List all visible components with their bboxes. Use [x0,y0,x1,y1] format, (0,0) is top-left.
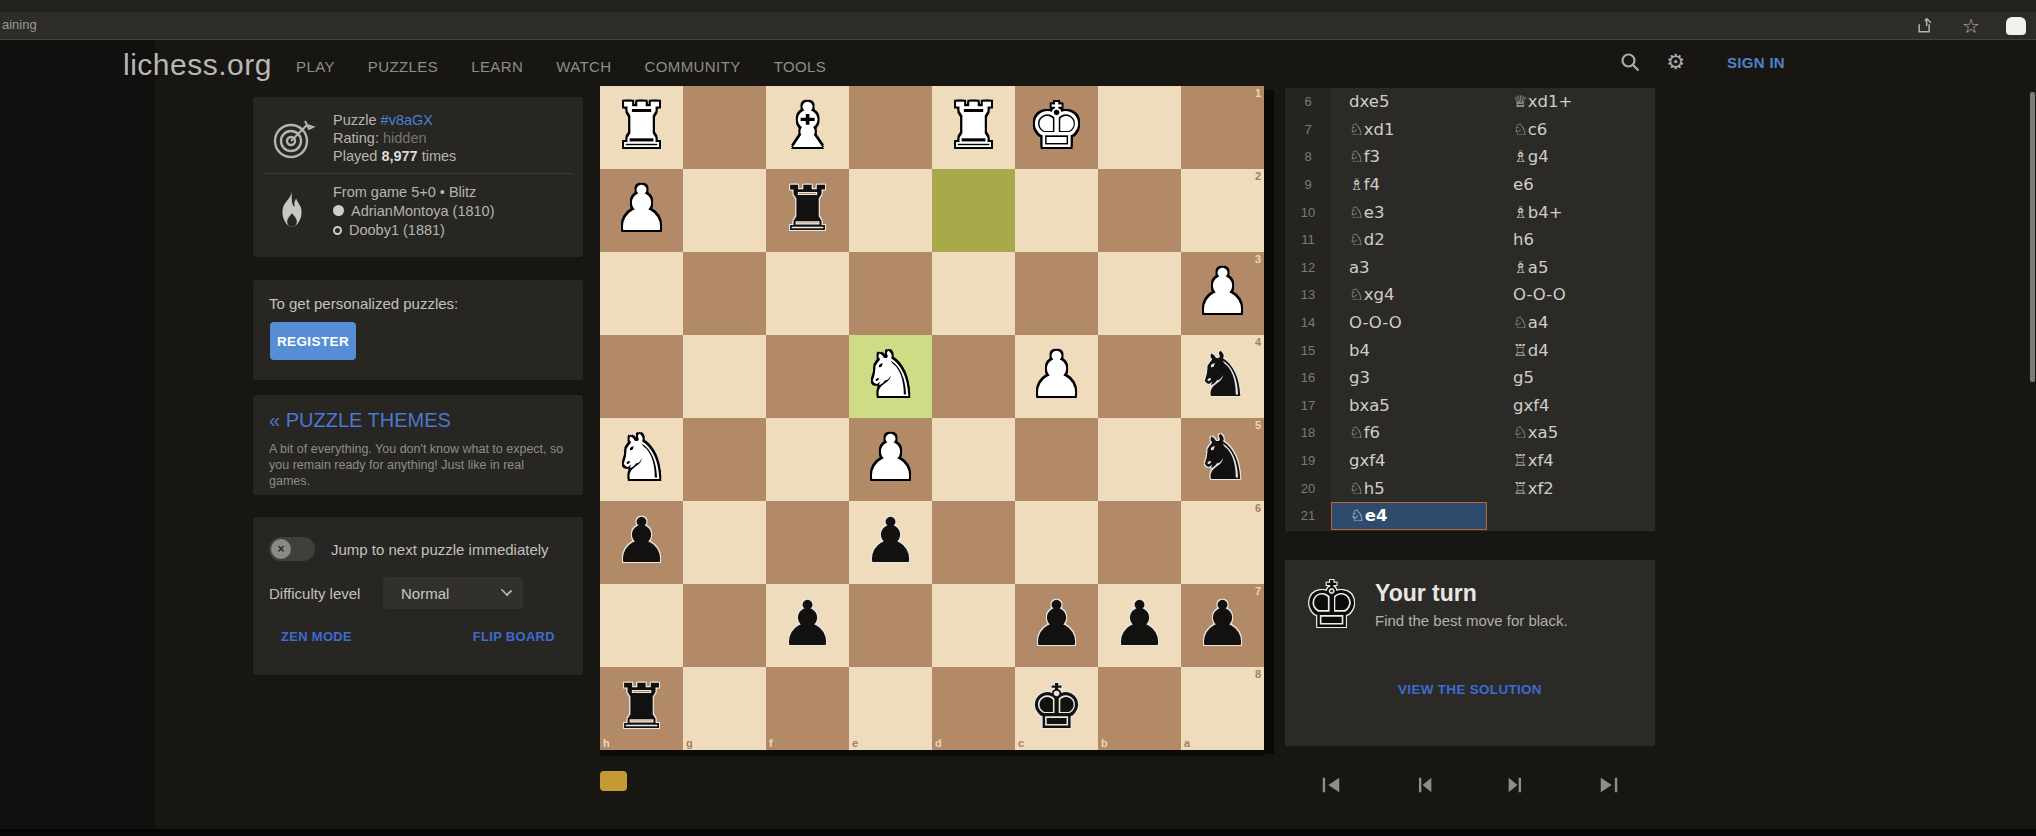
square-b7[interactable]: ♟ [1098,584,1181,667]
nav-item-watch[interactable]: WATCH [556,58,611,75]
square-e8[interactable]: e [849,667,932,750]
black-pawn: ♟ [600,501,683,584]
rating-label: Rating: [333,130,383,146]
white-king: ♚ [1015,86,1098,169]
move-black-14[interactable]: ♘a4 [1495,309,1655,337]
move-black-20[interactable]: ♖xf2 [1495,474,1655,502]
share-icon[interactable] [1914,15,1936,37]
square-a1[interactable]: 1 [1181,86,1264,169]
chess-board: ♜♝♜♚1♟♜2♟3♞♟♞4♞♟♞5♟♟6♟♟♟♟7♜hgfed♚cb8a [600,86,1264,750]
move-row-13: 13♘xg4O-O-O [1285,281,1655,309]
move-black-7[interactable]: ♘c6 [1495,116,1655,144]
next-move-button[interactable] [1470,762,1563,808]
analysis-chip[interactable] [600,771,627,791]
black-pawn: ♟ [1181,584,1264,667]
square-a5[interactable]: ♞5 [1181,418,1264,501]
move-black-18[interactable]: ♘xa5 [1495,419,1655,447]
white-rook: ♜ [932,86,1015,169]
difficulty-value: Normal [401,585,449,602]
move-white-10[interactable]: ♘e3 [1331,198,1495,226]
black-knight: ♞ [1181,418,1264,501]
url-fragment: aining [2,17,37,32]
square-h2[interactable]: ♟ [600,169,683,252]
move-row-19: 19gxf4♖xf4 [1285,447,1655,475]
square-c6[interactable] [1015,501,1098,584]
target-icon [269,115,317,167]
move-row-14: 14O-O-O♘a4 [1285,309,1655,337]
square-e7[interactable] [849,584,932,667]
square-g2[interactable] [683,169,766,252]
white-pawn: ♟ [1181,252,1264,335]
white-pawn: ♟ [600,169,683,252]
move-white-11[interactable]: ♘d2 [1331,226,1495,254]
turn-title: Your turn [1375,580,1477,607]
rank-label-7: 7 [1255,585,1261,597]
move-black-21[interactable] [1495,502,1655,530]
move-black-15[interactable]: ♖d4 [1495,336,1655,364]
black-king: ♚ [1015,667,1098,750]
previous-move-button[interactable] [1378,762,1471,808]
move-row-21: 21♘e4 [1285,502,1655,530]
move-row-16: 16g3g5 [1285,364,1655,392]
played-prefix: Played [333,148,381,164]
square-c2[interactable] [1015,169,1098,252]
square-b5[interactable] [1098,418,1181,501]
square-g6[interactable] [683,501,766,584]
move-white-7[interactable]: ♘xd1 [1331,116,1495,144]
move-black-12[interactable]: ♗a5 [1495,254,1655,282]
square-e4[interactable]: ♞ [849,335,932,418]
black-knight: ♞ [1181,335,1264,418]
square-h8[interactable]: ♜h [600,667,683,750]
square-f2[interactable]: ♜ [766,169,849,252]
white-player[interactable]: AdrianMontoya (1810) [351,203,494,219]
jump-toggle-label: Jump to next puzzle immediately [331,541,549,558]
move-number: 15 [1285,336,1331,364]
register-button[interactable]: REGISTER [270,322,356,360]
nav-item-play[interactable]: PLAY [296,58,335,75]
puzzle-info-card: Puzzle #v8aGX Rating: hidden Played 8,97… [253,97,583,257]
sign-in-button[interactable]: SIGN IN [1727,54,1785,71]
move-white-6[interactable]: dxe5 [1331,88,1495,116]
square-d8[interactable]: d [932,667,1015,750]
square-e2[interactable] [849,169,932,252]
move-number: 10 [1285,198,1331,226]
file-label-b: b [1101,737,1108,749]
square-a7[interactable]: ♟7 [1181,584,1264,667]
move-white-17[interactable]: bxa5 [1331,392,1495,420]
register-card: To get personalized puzzles: REGISTER [253,280,583,380]
move-black-10[interactable]: ♗b4+ [1495,198,1655,226]
square-h5[interactable]: ♞ [600,418,683,501]
rating-value: hidden [383,130,427,146]
black-pawn: ♟ [766,584,849,667]
square-f8[interactable]: f [766,667,849,750]
file-label-d: d [935,737,942,749]
move-white-13[interactable]: ♘xg4 [1331,281,1495,309]
square-d6[interactable] [932,501,1015,584]
move-number: 8 [1285,143,1331,171]
square-c7[interactable]: ♟ [1015,584,1098,667]
zen-mode-link[interactable]: ZEN MODE [281,629,352,644]
puzzle-info-text: Puzzle #v8aGX Rating: hidden Played 8,97… [333,111,456,165]
square-h6[interactable]: ♟ [600,501,683,584]
square-b2[interactable] [1098,169,1181,252]
black-king-icon: ♚ [1303,568,1360,642]
main-nav: PLAYPUZZLESLEARNWATCHCOMMUNITYTOOLS [296,58,826,75]
square-d7[interactable] [932,584,1015,667]
square-h4[interactable] [600,335,683,418]
nav-item-learn[interactable]: LEARN [471,58,523,75]
played-count: 8,977 [381,148,417,164]
move-number: 19 [1285,447,1331,475]
square-h1[interactable]: ♜ [600,86,683,169]
flip-board-link[interactable]: FLIP BOARD [473,629,555,644]
move-white-8[interactable]: ♘f3 [1331,143,1495,171]
gear-icon[interactable]: ⚙ [1666,50,1685,74]
screen: aining ☆ lichess.org PLAYPUZZLESLEARNWAT… [0,0,2036,836]
white-pawn: ♟ [1015,335,1098,418]
square-b8[interactable]: b [1098,667,1181,750]
register-label: To get personalized puzzles: [269,295,458,312]
rank-label-2: 2 [1255,170,1261,182]
turn-subtitle: Find the best move for black. [1375,612,1568,629]
move-list-scrollbar[interactable] [2030,92,2035,382]
settings-card: × Jump to next puzzle immediately Diffic… [253,517,583,675]
themes-description: A bit of everything. You don't know what… [269,441,565,489]
browser-toolbar: aining ☆ [0,12,2036,40]
square-a6[interactable]: 6 [1181,501,1264,584]
move-white-9[interactable]: ♗f4 [1331,171,1495,199]
move-row-15: 15b4♖d4 [1285,336,1655,364]
file-label-a: a [1184,737,1190,749]
move-number: 21 [1285,502,1331,530]
square-g3[interactable] [683,252,766,335]
black-player-dot [333,226,342,235]
star-icon[interactable]: ☆ [1962,14,1980,38]
move-white-18[interactable]: ♘f6 [1331,419,1495,447]
move-white-21[interactable]: ♘e4 [1331,502,1487,530]
nav-item-community[interactable]: COMMUNITY [645,58,741,75]
square-a3[interactable]: ♟3 [1181,252,1264,335]
file-label-g: g [686,737,693,749]
rank-label-8: 8 [1255,668,1261,680]
white-knight: ♞ [600,418,683,501]
move-black-17[interactable]: gxf4 [1495,392,1655,420]
square-b1[interactable] [1098,86,1181,169]
first-move-button[interactable] [1285,762,1378,808]
move-row-6: 6dxe5♕xd1+ [1285,88,1655,116]
square-g4[interactable] [683,335,766,418]
rank-label-5: 5 [1255,419,1261,431]
last-move-button[interactable] [1563,762,1656,808]
move-list-panel: 6dxe5♕xd1+7♘xd1♘c68♘f3♗g49♗f4e610♘e3♗b4+… [1285,88,1655,531]
puzzle-themes-link[interactable]: « PUZZLE THEMES [269,409,451,432]
move-black-9[interactable]: e6 [1495,171,1655,199]
move-row-20: 20♘h5♖xf2 [1285,474,1655,502]
square-f7[interactable]: ♟ [766,584,849,667]
move-black-16[interactable]: g5 [1495,364,1655,392]
square-b4[interactable] [1098,335,1181,418]
white-knight: ♞ [849,335,932,418]
move-row-7: 7♘xd1♘c6 [1285,116,1655,144]
nav-item-tools[interactable]: TOOLS [774,58,827,75]
move-number: 14 [1285,309,1331,337]
move-black-13[interactable]: O-O-O [1495,281,1655,309]
move-number: 18 [1285,419,1331,447]
site-header: lichess.org PLAYPUZZLESLEARNWATCHCOMMUNI… [155,40,2036,88]
rank-label-4: 4 [1255,336,1261,348]
move-number: 11 [1285,226,1331,254]
flame-icon [275,189,309,235]
square-d1[interactable]: ♜ [932,86,1015,169]
source-game-text: From game 5+0 • Blitz AdrianMontoya (181… [333,183,494,240]
black-rook: ♜ [766,169,849,252]
chevron-down-icon [501,585,512,596]
move-black-11[interactable]: h6 [1495,226,1655,254]
browser-titlebar [0,0,2036,12]
site-logo[interactable]: lichess.org [123,48,272,82]
square-b3[interactable] [1098,252,1181,335]
square-h3[interactable] [600,252,683,335]
extensions-icon[interactable] [2006,17,2026,35]
white-player-dot [333,205,344,216]
move-row-12: 12a3♗a5 [1285,254,1655,282]
move-row-17: 17bxa5gxf4 [1285,392,1655,420]
move-row-11: 11♘d2h6 [1285,226,1655,254]
square-e6[interactable]: ♟ [849,501,932,584]
move-number: 13 [1285,281,1331,309]
white-bishop: ♝ [766,86,849,169]
themes-card: « PUZZLE THEMES A bit of everything. You… [253,395,583,495]
square-a4[interactable]: ♞4 [1181,335,1264,418]
square-c1[interactable]: ♚ [1015,86,1098,169]
move-row-9: 9♗f4e6 [1285,171,1655,199]
from-game[interactable]: From game 5+0 • Blitz [333,183,494,202]
move-black-8[interactable]: ♗g4 [1495,143,1655,171]
bottom-edge [0,829,2036,836]
square-c4[interactable]: ♟ [1015,335,1098,418]
square-e3[interactable] [849,252,932,335]
square-d2[interactable] [932,169,1015,252]
search-icon[interactable] [1618,50,1642,74]
square-d4[interactable] [932,335,1015,418]
move-number: 12 [1285,254,1331,282]
move-white-16[interactable]: g3 [1331,364,1495,392]
white-pawn: ♟ [849,418,932,501]
played-suffix: times [418,148,457,164]
square-e5[interactable]: ♟ [849,418,932,501]
square-g5[interactable] [683,418,766,501]
black-pawn: ♟ [1015,584,1098,667]
black-player[interactable]: Dooby1 (1881) [349,222,445,238]
square-c5[interactable] [1015,418,1098,501]
square-d5[interactable] [932,418,1015,501]
square-g8[interactable]: g [683,667,766,750]
file-label-c: c [1018,737,1024,749]
square-g1[interactable] [683,86,766,169]
move-number: 20 [1285,474,1331,502]
square-b6[interactable] [1098,501,1181,584]
move-row-8: 8♘f3♗g4 [1285,143,1655,171]
black-pawn: ♟ [849,501,932,584]
nav-item-puzzles[interactable]: PUZZLES [368,58,438,75]
square-c3[interactable] [1015,252,1098,335]
page-left-gutter [0,40,155,836]
view-solution-link[interactable]: VIEW THE SOLUTION [1285,682,1655,697]
move-white-20[interactable]: ♘h5 [1331,474,1495,502]
move-white-12[interactable]: a3 [1331,254,1495,282]
difficulty-select[interactable]: Normal [383,577,523,609]
square-d3[interactable] [932,252,1015,335]
move-number: 16 [1285,364,1331,392]
puzzle-id-link[interactable]: #v8aGX [381,112,433,128]
jump-toggle-knob: × [271,539,291,559]
move-black-19[interactable]: ♖xf4 [1495,447,1655,475]
move-row-18: 18♘f6♘xa5 [1285,419,1655,447]
square-e1[interactable] [849,86,932,169]
move-number: 9 [1285,171,1331,199]
square-f1[interactable]: ♝ [766,86,849,169]
move-number: 6 [1285,88,1331,116]
square-h7[interactable] [600,584,683,667]
playback-controls [1285,762,1655,808]
puzzle-label: Puzzle [333,112,381,128]
file-label-h: h [603,737,610,749]
file-label-e: e [852,737,858,749]
black-rook: ♜ [600,667,683,750]
move-black-6[interactable]: ♕xd1+ [1495,88,1655,116]
square-f3[interactable] [766,252,849,335]
jump-toggle[interactable]: × [269,537,315,561]
square-f5[interactable] [766,418,849,501]
square-f6[interactable] [766,501,849,584]
rank-label-6: 6 [1255,502,1261,514]
move-white-14[interactable]: O-O-O [1331,309,1495,337]
move-white-19[interactable]: gxf4 [1331,447,1495,475]
difficulty-label: Difficulty level [269,585,369,602]
your-turn-panel: ♚ Your turn Find the best move for black… [1285,560,1655,746]
divider [263,173,573,174]
square-c8[interactable]: ♚c [1015,667,1098,750]
rank-label-3: 3 [1255,253,1261,265]
rank-label-1: 1 [1255,87,1261,99]
square-g7[interactable] [683,584,766,667]
square-a2[interactable]: 2 [1181,169,1264,252]
move-number: 17 [1285,392,1331,420]
file-label-f: f [769,737,773,749]
square-f4[interactable] [766,335,849,418]
square-a8[interactable]: 8a [1181,667,1264,750]
white-rook: ♜ [600,86,683,169]
move-number: 7 [1285,116,1331,144]
move-row-10: 10♘e3♗b4+ [1285,198,1655,226]
black-pawn: ♟ [1098,584,1181,667]
move-white-15[interactable]: b4 [1331,336,1495,364]
